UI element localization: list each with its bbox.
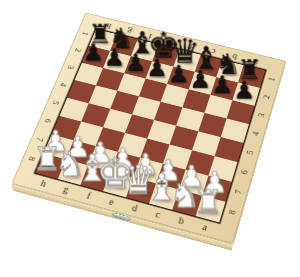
white-rook-glyph: ♜: [178, 185, 237, 218]
square-c4[interactable]: [176, 107, 204, 131]
product-photo-scene: hhggffeeddccbbaa1122334455667788♜♞♝♛♚♝♞♜…: [0, 0, 300, 277]
rank-label-right-4: 4: [249, 126, 263, 142]
square-d5[interactable]: [147, 120, 176, 144]
square-c5[interactable]: [170, 126, 199, 151]
latch-icon: [112, 212, 130, 221]
square-a4[interactable]: [221, 118, 249, 142]
square-b5[interactable]: [192, 131, 221, 156]
square-b4[interactable]: [198, 113, 226, 137]
rank-label-left-5: 5: [48, 95, 63, 110]
piece-white-rook-a8[interactable]: ♜: [196, 196, 226, 223]
rank-label-right-5: 5: [243, 145, 257, 161]
chessboard: hhggffeeddccbbaa1122334455667788♜♞♝♛♚♝♞♜…: [11, 13, 286, 245]
square-a5[interactable]: [215, 137, 244, 162]
rank-label-left-4: 4: [56, 78, 70, 93]
square-e5[interactable]: [125, 114, 154, 138]
rank-label-right-3: 3: [254, 108, 267, 123]
square-d4[interactable]: [154, 102, 182, 126]
square-a3[interactable]: [227, 100, 255, 124]
